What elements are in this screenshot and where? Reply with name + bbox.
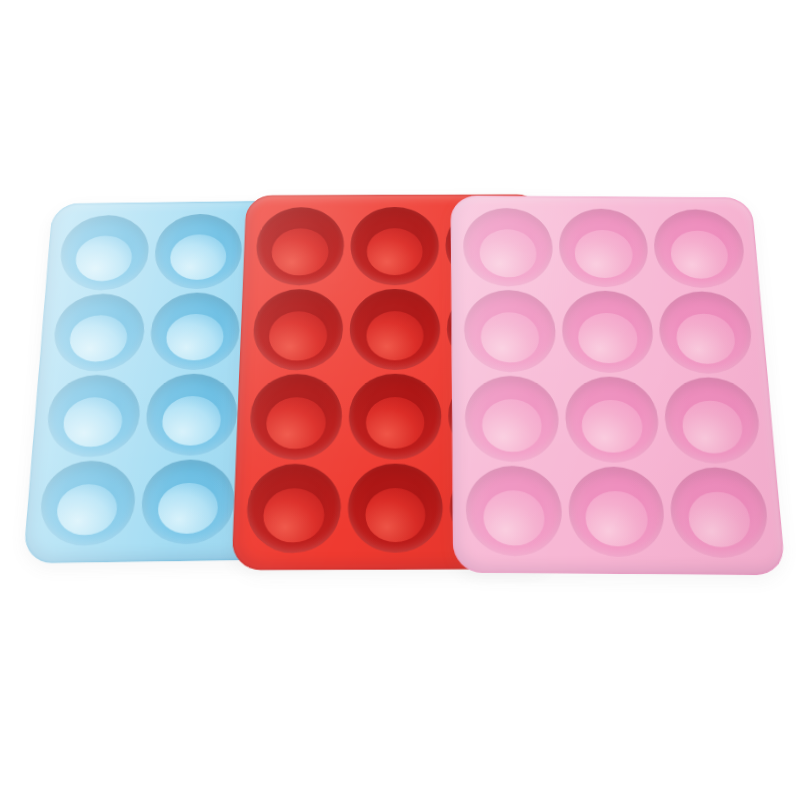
muffin-pan-pink xyxy=(450,195,785,575)
cup-floor xyxy=(687,492,752,547)
cup-floor xyxy=(481,399,542,451)
muffin-cup-red-7 xyxy=(249,374,343,460)
cup-floor xyxy=(681,401,745,453)
cup-floor xyxy=(161,396,221,446)
cup-floor xyxy=(675,314,737,364)
muffin-cup-pink-9 xyxy=(663,377,763,464)
muffin-cup-blue-10 xyxy=(38,460,137,546)
cup-floor xyxy=(62,397,124,447)
muffin-cup-pink-8 xyxy=(564,376,661,463)
muffin-cup-red-1 xyxy=(255,207,344,285)
muffin-cup-red-5 xyxy=(350,288,441,370)
cup-floor xyxy=(56,484,119,536)
cup-floor xyxy=(157,482,219,534)
muffin-cup-blue-2 xyxy=(153,213,243,289)
muffin-cup-pink-1 xyxy=(463,208,554,287)
cup-floor xyxy=(483,491,545,546)
muffin-cup-pink-2 xyxy=(557,208,650,287)
muffin-cup-pink-5 xyxy=(560,290,655,373)
cup-floor xyxy=(669,231,730,279)
cup-floor xyxy=(165,313,224,361)
cup-floor xyxy=(271,229,328,276)
cup-grid-pink xyxy=(450,195,785,575)
muffin-cup-red-4 xyxy=(252,289,344,371)
muffin-cup-red-2 xyxy=(351,207,440,285)
muffin-cup-blue-4 xyxy=(52,293,146,372)
cup-floor xyxy=(367,228,424,275)
muffin-cup-red-10 xyxy=(246,463,342,553)
cup-floor xyxy=(263,488,325,542)
muffin-cup-pink-11 xyxy=(567,466,667,557)
cup-floor xyxy=(480,313,539,363)
cup-floor xyxy=(269,311,328,360)
cup-floor xyxy=(75,235,134,281)
muffin-cup-red-8 xyxy=(349,374,442,460)
cup-floor xyxy=(69,315,129,363)
cup-floor xyxy=(585,491,649,546)
muffin-cup-blue-5 xyxy=(149,292,241,371)
muffin-cup-pink-4 xyxy=(464,290,557,373)
muffin-cup-blue-1 xyxy=(58,215,150,291)
cup-floor xyxy=(581,400,643,452)
cup-floor xyxy=(366,311,424,360)
muffin-cup-pink-3 xyxy=(652,209,747,288)
muffin-cup-blue-11 xyxy=(139,458,236,544)
cup-floor xyxy=(574,230,633,278)
cup-floor xyxy=(169,234,227,280)
cup-floor xyxy=(479,230,537,278)
muffin-cup-pink-10 xyxy=(465,466,562,557)
muffin-cup-pink-12 xyxy=(668,467,770,558)
cup-floor xyxy=(366,397,425,449)
product-photo xyxy=(0,0,800,800)
cup-floor xyxy=(266,398,326,450)
muffin-cup-red-11 xyxy=(348,463,443,553)
muffin-cup-blue-7 xyxy=(45,374,142,457)
cup-floor xyxy=(578,313,639,363)
muffin-cup-pink-7 xyxy=(465,376,560,463)
cup-floor xyxy=(365,488,426,542)
muffin-cup-pink-6 xyxy=(657,291,754,374)
perspective-wrapper xyxy=(0,46,800,800)
muffin-cup-blue-8 xyxy=(144,373,238,456)
